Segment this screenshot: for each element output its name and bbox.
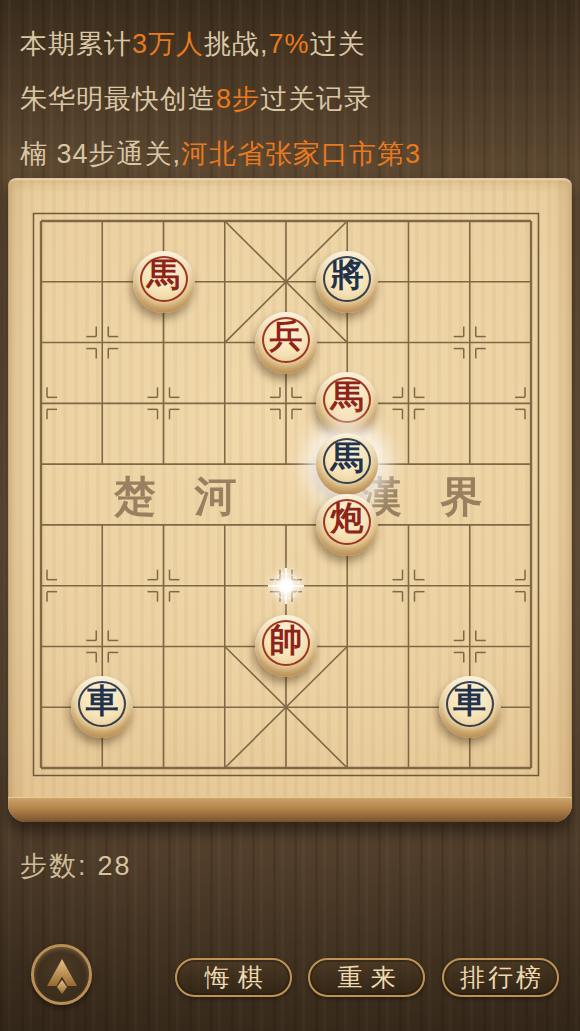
stats-text: 8步 <box>216 84 260 114</box>
river-text-right: 漢 界 <box>359 472 495 521</box>
stats-text: 朱华明最快创造 <box>20 84 216 114</box>
piece-red-horse[interactable]: 馬 <box>133 251 195 313</box>
stats-text: 3万人 <box>132 29 204 59</box>
stats-text: 过关记录 <box>260 84 372 114</box>
piece-black-chariot[interactable]: 車 <box>439 676 501 738</box>
piece-red-general[interactable]: 帥 <box>255 615 317 677</box>
stats-text: 7% <box>269 29 310 59</box>
chevron-up-logo-icon <box>40 953 84 997</box>
stats-line-2: 朱华明最快创造8步过关记录 <box>20 79 421 134</box>
xiangqi-board[interactable]: 楚 河 漢 界 馬將兵馬馬炮帥車車 <box>8 178 572 822</box>
piece-red-soldier[interactable]: 兵 <box>255 312 317 374</box>
step-counter-value: 28 <box>98 851 132 881</box>
piece-black-general[interactable]: 將 <box>316 251 378 313</box>
move-target-crosshair[interactable] <box>263 563 309 609</box>
undo-button[interactable]: 悔棋 <box>175 958 292 997</box>
piece-glyph: 炮 <box>316 491 378 547</box>
piece-glyph: 帥 <box>255 612 317 668</box>
piece-glyph: 車 <box>71 673 133 729</box>
piece-glyph: 將 <box>316 248 378 304</box>
board-front-edge <box>8 797 572 822</box>
stats-text: 过关 <box>310 29 366 59</box>
stats-line-1: 本期累计3万人挑战,7%过关 <box>20 24 421 79</box>
xiangqi-app-screen: 本期累计3万人挑战,7%过关 朱华明最快创造8步过关记录 楠 34步通关,河北省… <box>0 0 580 1031</box>
stats-text: 本期累计 <box>20 29 132 59</box>
river-text-left: 楚 河 <box>113 472 249 521</box>
piece-red-horse[interactable]: 馬 <box>316 372 378 434</box>
step-counter: 步数:28 <box>20 848 132 884</box>
piece-black-horse[interactable]: 馬 <box>316 433 378 495</box>
piece-glyph: 馬 <box>133 248 195 304</box>
piece-red-cannon[interactable]: 炮 <box>316 494 378 556</box>
crosshair-ring <box>273 573 299 599</box>
menu-toggle-button[interactable] <box>31 944 92 1005</box>
stats-text: 挑战, <box>204 29 269 59</box>
piece-black-chariot[interactable]: 車 <box>71 676 133 738</box>
piece-glyph: 馬 <box>316 369 378 425</box>
challenge-stats: 本期累计3万人挑战,7%过关 朱华明最快创造8步过关记录 楠 34步通关,河北省… <box>20 24 421 189</box>
piece-glyph: 兵 <box>255 309 317 365</box>
piece-glyph: 車 <box>439 673 501 729</box>
stats-text: 河北省张家口市第3 <box>181 139 421 169</box>
leaderboard-button[interactable]: 排行榜 <box>442 958 559 997</box>
step-counter-label: 步数: <box>20 851 88 881</box>
stats-text: 楠 34步通关, <box>20 139 181 169</box>
piece-glyph: 馬 <box>316 430 378 486</box>
restart-button[interactable]: 重来 <box>308 958 425 997</box>
